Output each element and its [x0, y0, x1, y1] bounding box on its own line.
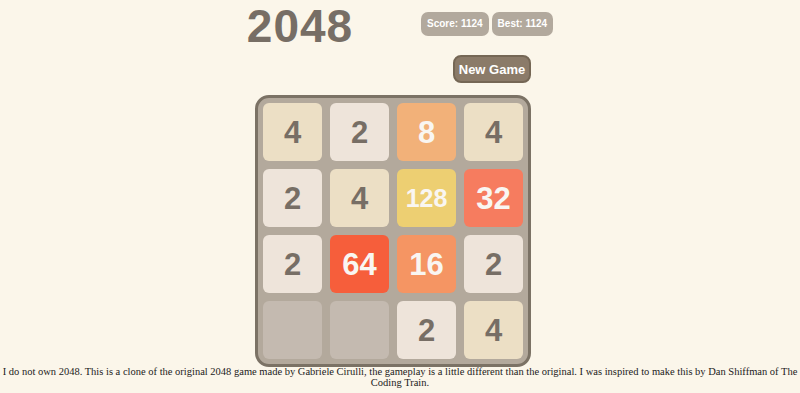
tile-4-r1c4: 4: [464, 103, 523, 161]
scoreboard: Score: 1124 Best: 1124: [421, 12, 553, 36]
tile-32-r2c4: 32: [464, 169, 523, 227]
tile-2-r2c1: 2: [263, 169, 322, 227]
tile-16-r3c3: 16: [397, 235, 456, 293]
empty-cell-r4c2: [330, 301, 389, 359]
tile-2-r3c4: 2: [464, 235, 523, 293]
game-board: 4284241283226416224: [255, 95, 531, 367]
tile-128-r2c3: 128: [397, 169, 456, 227]
tile-2-r4c3: 2: [397, 301, 456, 359]
tile-4-r4c4: 4: [464, 301, 523, 359]
app: 2048 Score: 1124 Best: 1124 New Game 428…: [0, 0, 800, 393]
empty-cell-r4c1: [263, 301, 322, 359]
tile-2-r1c2: 2: [330, 103, 389, 161]
tile-4-r2c2: 4: [330, 169, 389, 227]
tile-64-r3c2: 64: [330, 235, 389, 293]
tile-8-r1c3: 8: [397, 103, 456, 161]
page-title: 2048: [230, 0, 370, 52]
score-badge: Score: 1124: [421, 12, 489, 36]
tile-4-r1c1: 4: [263, 103, 322, 161]
new-game-button[interactable]: New Game: [453, 55, 531, 83]
best-badge: Best: 1124: [492, 12, 553, 36]
footer-note: I do not own 2048. This is a clone of th…: [0, 366, 800, 388]
tile-2-r3c1: 2: [263, 235, 322, 293]
